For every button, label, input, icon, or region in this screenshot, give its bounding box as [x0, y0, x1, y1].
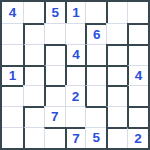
cell-r6c4-empty[interactable]	[65, 106, 86, 127]
cell-r7c4-digit-7[interactable]: 7	[65, 127, 86, 148]
cell-r1c5-empty[interactable]	[85, 2, 106, 23]
cell-r5c2-empty[interactable]	[23, 85, 44, 106]
cell-r1c1-digit-4[interactable]: 4	[2, 2, 23, 23]
cell-r6c7-empty[interactable]	[127, 106, 148, 127]
cell-r2c1-empty[interactable]	[2, 23, 23, 44]
cell-r7c5-digit-5[interactable]: 5	[85, 127, 106, 148]
cell-r2c7-empty[interactable]	[127, 23, 148, 44]
cell-r5c6-empty[interactable]	[106, 85, 127, 106]
cell-r7c6-empty[interactable]	[106, 127, 127, 148]
cell-r1c7-empty[interactable]	[127, 2, 148, 23]
puzzle-screenshot: 451641427752	[0, 0, 150, 150]
cell-r3c5-empty[interactable]	[85, 44, 106, 65]
cell-r2c6-empty[interactable]	[106, 23, 127, 44]
cell-r6c2-empty[interactable]	[23, 106, 44, 127]
cell-r1c2-empty[interactable]	[23, 2, 44, 23]
cell-r4c6-empty[interactable]	[106, 65, 127, 86]
cell-r3c7-empty[interactable]	[127, 44, 148, 65]
cell-r7c3-empty[interactable]	[44, 127, 65, 148]
cell-r7c2-empty[interactable]	[23, 127, 44, 148]
cell-r5c7-empty[interactable]	[127, 85, 148, 106]
cell-r2c3-empty[interactable]	[44, 23, 65, 44]
cell-r5c1-empty[interactable]	[2, 85, 23, 106]
cell-r6c6-empty[interactable]	[106, 106, 127, 127]
cell-r3c2-empty[interactable]	[23, 44, 44, 65]
cell-r4c7-digit-4[interactable]: 4	[127, 65, 148, 86]
cell-r7c1-empty[interactable]	[2, 127, 23, 148]
cell-r3c4-digit-4[interactable]: 4	[65, 44, 86, 65]
cell-r2c4-empty[interactable]	[65, 23, 86, 44]
cell-r5c3-empty[interactable]	[44, 85, 65, 106]
cell-r7c7-digit-2[interactable]: 2	[127, 127, 148, 148]
cell-r6c1-empty[interactable]	[2, 106, 23, 127]
cell-r4c1-digit-1[interactable]: 1	[2, 65, 23, 86]
cell-r4c3-empty[interactable]	[44, 65, 65, 86]
cell-r1c4-digit-1[interactable]: 1	[65, 2, 86, 23]
cell-r2c5-digit-6[interactable]: 6	[85, 23, 106, 44]
cell-r4c4-empty[interactable]	[65, 65, 86, 86]
cell-r2c2-empty[interactable]	[23, 23, 44, 44]
cell-r1c3-digit-5[interactable]: 5	[44, 2, 65, 23]
cell-r6c5-empty[interactable]	[85, 106, 106, 127]
cell-r4c2-empty[interactable]	[23, 65, 44, 86]
suguru-board: 451641427752	[0, 0, 150, 150]
cell-r5c4-digit-2[interactable]: 2	[65, 85, 86, 106]
cell-r3c6-empty[interactable]	[106, 44, 127, 65]
cell-r4c5-empty[interactable]	[85, 65, 106, 86]
cell-r6c3-digit-7[interactable]: 7	[44, 106, 65, 127]
cell-r1c6-empty[interactable]	[106, 2, 127, 23]
cell-r5c5-empty[interactable]	[85, 85, 106, 106]
cell-r3c1-empty[interactable]	[2, 44, 23, 65]
cell-r3c3-empty[interactable]	[44, 44, 65, 65]
